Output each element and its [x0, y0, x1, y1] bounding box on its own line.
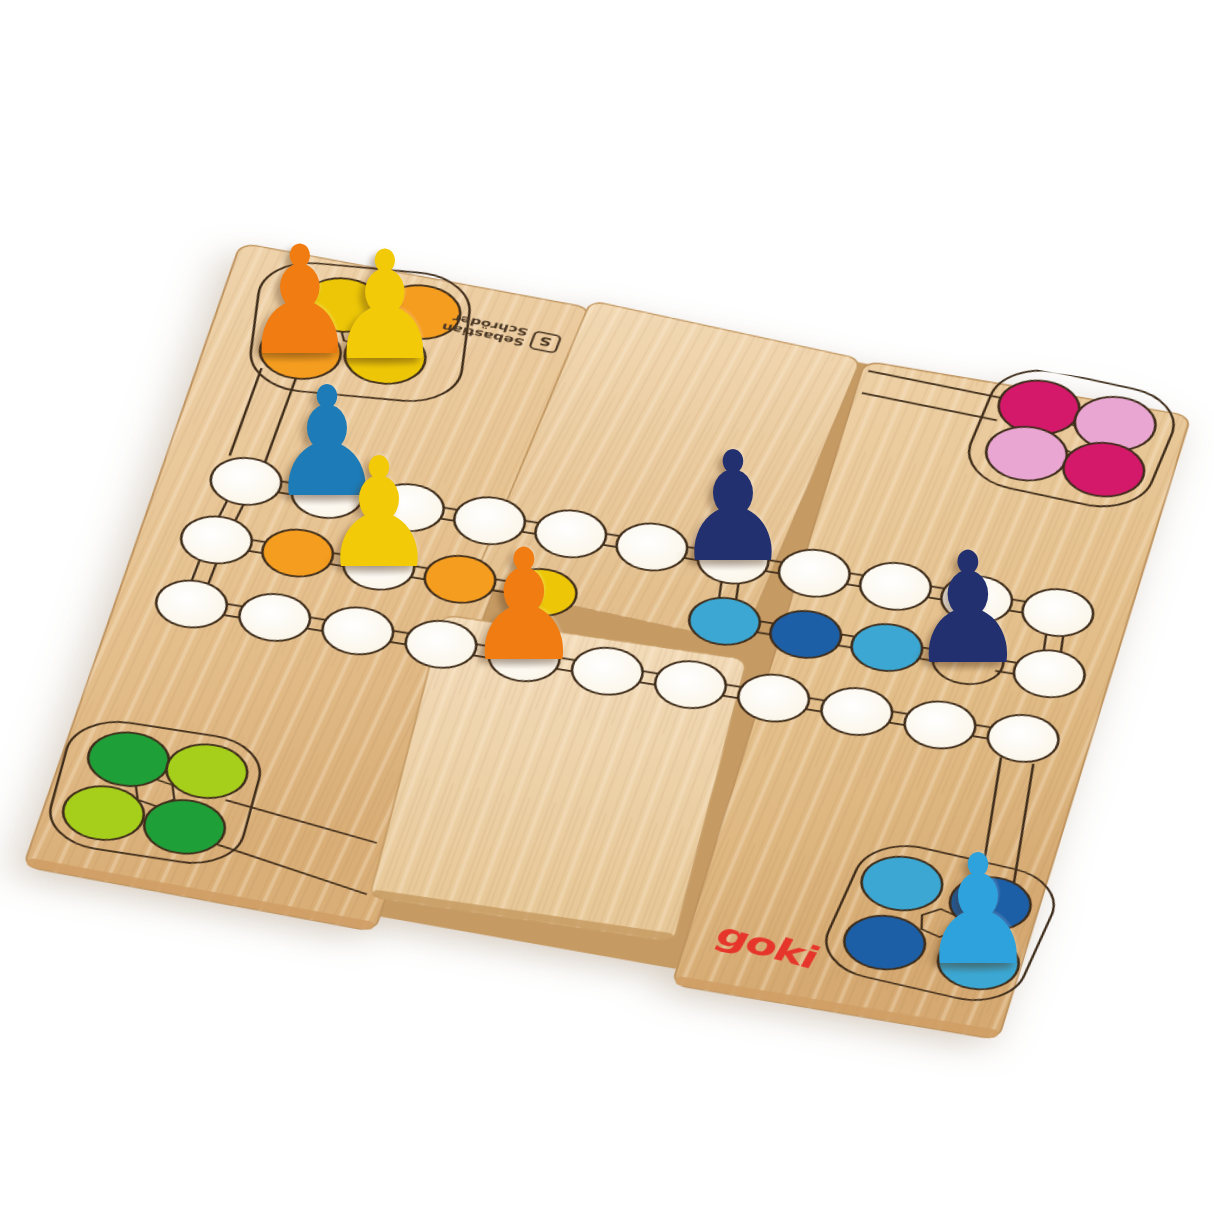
- game-board: S Sebastian Schröder goki: [3, 235, 1214, 1094]
- product-photo-stage: S Sebastian Schröder goki ♟♟♟♟♟♟♟♟: [0, 0, 1214, 1214]
